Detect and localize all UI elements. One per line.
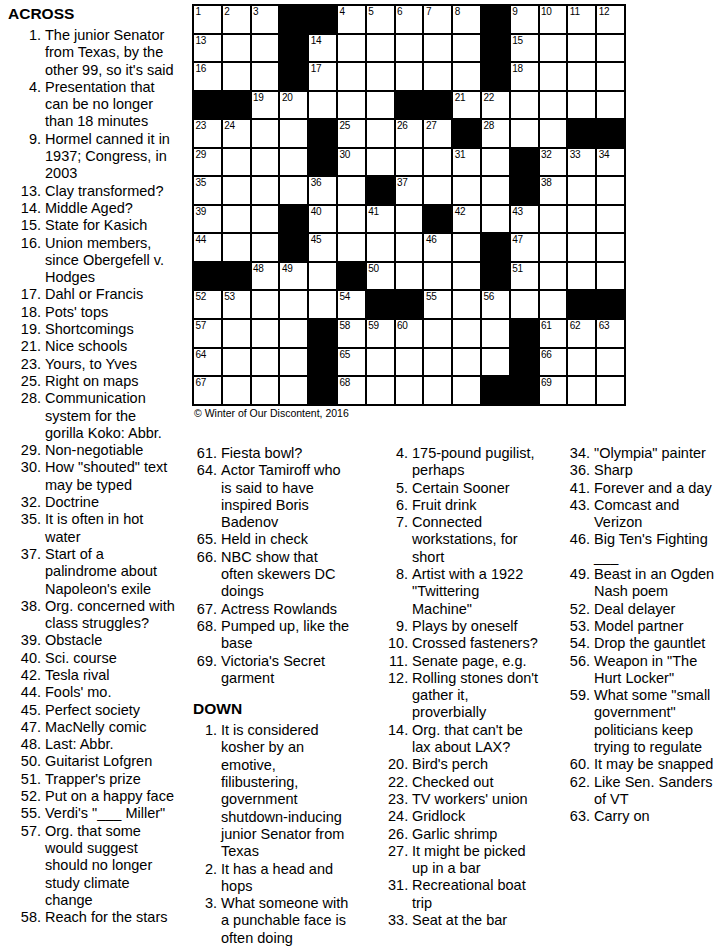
grid-cell[interactable] (424, 349, 451, 376)
clue-number: 48. (8, 736, 41, 753)
clue-item: 19.Shortcomings (8, 321, 177, 338)
grid-cell[interactable] (453, 349, 480, 376)
grid-cell[interactable]: 39 (194, 206, 221, 233)
grid-cell[interactable]: 37 (396, 177, 423, 204)
clue-text: Drop the gauntlet (594, 635, 719, 652)
clue-number: 17. (8, 286, 41, 303)
clue-text: What someone with a punchable face is of… (221, 895, 351, 946)
grid-cell[interactable] (367, 149, 394, 176)
grid-cell[interactable] (252, 320, 279, 347)
grid-cell[interactable]: 23 (194, 120, 221, 147)
grid-cell[interactable]: 26 (396, 120, 423, 147)
grid-cell[interactable]: 58 (338, 320, 365, 347)
cell-number: 41 (368, 206, 379, 217)
cell-number: 47 (512, 234, 523, 245)
grid-cell[interactable] (252, 349, 279, 376)
clue-number: 3. (193, 895, 217, 912)
grid-cell[interactable]: 32 (540, 149, 567, 176)
clue-item: 10.Crossed fasteners? (388, 635, 540, 652)
clue-item: 18.Pots' tops (8, 304, 177, 321)
grid-cell[interactable]: 69 (540, 377, 567, 404)
grid-cell[interactable] (424, 149, 451, 176)
clue-item: 67.Actress Rowlands (193, 601, 351, 618)
clue-text: The junior Senator from Texas, by the ot… (45, 27, 177, 79)
black-cell (194, 92, 221, 119)
grid-cell[interactable] (597, 234, 624, 261)
grid-cell[interactable] (338, 234, 365, 261)
clue-text: Pumped up, like the base (221, 618, 351, 653)
grid-cell[interactable] (597, 377, 624, 404)
grid-cell[interactable] (367, 92, 394, 119)
grid-cell[interactable] (424, 377, 451, 404)
black-cell (367, 291, 394, 318)
grid-cell[interactable]: 14 (309, 35, 336, 62)
grid-cell[interactable] (482, 349, 509, 376)
grid-cell[interactable]: 48 (252, 263, 279, 290)
clue-item: 36.Sharp (566, 462, 719, 479)
clue-item: 9.Plays by oneself (388, 618, 540, 635)
cell-number: 42 (455, 206, 466, 217)
down-clues-column-2: 4.175-pound pugilist, perhaps5.Certain S… (388, 445, 540, 929)
clue-item: 32.Doctrine (8, 494, 177, 511)
clue-number: 67. (193, 601, 217, 618)
grid-cell[interactable] (540, 63, 567, 90)
black-cell (424, 92, 451, 119)
grid-cell[interactable]: 22 (482, 92, 509, 119)
grid-cell[interactable] (396, 234, 423, 261)
grid-cell[interactable] (396, 149, 423, 176)
black-cell (482, 35, 509, 62)
grid-cell[interactable]: 40 (309, 206, 336, 233)
cell-number: 38 (541, 177, 552, 188)
grid-cell[interactable] (453, 291, 480, 318)
grid-cell[interactable]: 20 (280, 92, 307, 119)
grid-cell[interactable]: 19 (252, 92, 279, 119)
grid-cell[interactable]: 65 (338, 349, 365, 376)
grid-cell[interactable] (540, 92, 567, 119)
clue-text: Trapper's prize (45, 771, 177, 788)
grid-cell[interactable]: 54 (338, 291, 365, 318)
clue-text: Deal delayer (594, 601, 719, 618)
clue-item: 52.Deal delayer (566, 601, 719, 618)
grid-cell[interactable] (396, 206, 423, 233)
black-cell (482, 263, 509, 290)
grid-cell[interactable]: 53 (223, 291, 250, 318)
grid-cell[interactable]: 55 (424, 291, 451, 318)
clue-item: 65.Held in check (193, 531, 351, 548)
grid-cell[interactable]: 28 (482, 120, 509, 147)
grid-cell[interactable] (424, 177, 451, 204)
clue-number: 57. (8, 823, 41, 840)
grid-cell[interactable]: 45 (309, 234, 336, 261)
grid-cell[interactable]: 51 (511, 263, 538, 290)
cell-number: 56 (483, 291, 494, 302)
grid-cell[interactable] (597, 63, 624, 90)
grid-cell[interactable] (280, 149, 307, 176)
clue-number: 42. (8, 667, 41, 684)
grid-cell[interactable]: 13 (194, 35, 221, 62)
grid-cell[interactable] (482, 149, 509, 176)
grid-cell[interactable]: 41 (367, 206, 394, 233)
cell-number: 24 (224, 120, 235, 131)
grid-cell[interactable]: 30 (338, 149, 365, 176)
grid-cell[interactable] (453, 177, 480, 204)
cell-number: 45 (311, 234, 322, 245)
grid-cell[interactable] (424, 35, 451, 62)
clue-text: Reach for the stars (45, 909, 177, 926)
grid-cell[interactable]: 15 (511, 35, 538, 62)
grid-cell[interactable] (424, 320, 451, 347)
cell-number: 9 (512, 6, 517, 17)
black-cell (511, 349, 538, 376)
grid-cell[interactable] (396, 377, 423, 404)
clue-text: Artist with a 1922 "Twittering Machine" (412, 566, 540, 618)
grid-cell[interactable]: 35 (194, 177, 221, 204)
grid-cell[interactable] (223, 63, 250, 90)
grid-cell[interactable]: 6 (396, 6, 423, 33)
grid-cell[interactable]: 59 (367, 320, 394, 347)
grid-cell[interactable] (280, 291, 307, 318)
cell-number: 26 (397, 120, 408, 131)
clue-item: 7.Connected workstations, for short (388, 514, 540, 566)
clue-item: 55.Verdi's "___ Miller" (8, 805, 177, 822)
clue-item: 16.Union members, since Obergefell v. Ho… (8, 235, 177, 287)
grid-cell[interactable] (511, 92, 538, 119)
grid-cell[interactable]: 12 (597, 6, 624, 33)
black-cell (309, 6, 336, 33)
clue-number: 4. (8, 79, 41, 96)
clue-item: 2.It has a head and hops (193, 861, 351, 896)
clue-text: Guitarist Lofgren (45, 753, 177, 770)
cell-number: 50 (368, 263, 379, 274)
grid-cell[interactable] (540, 120, 567, 147)
clue-text: Middle Aged? (45, 200, 177, 217)
clue-number: 30. (8, 459, 41, 476)
clue-number: 23. (8, 356, 41, 373)
clue-item: 49.Beast in an Ogden Nash poem (566, 566, 719, 601)
grid-cell[interactable] (252, 206, 279, 233)
clue-number: 8. (388, 566, 408, 583)
grid-cell[interactable] (568, 92, 595, 119)
clue-text: Nice schools (45, 338, 177, 355)
clue-item: 25.Right on maps (8, 373, 177, 390)
grid-cell[interactable]: 46 (424, 234, 451, 261)
cell-number: 60 (397, 320, 408, 331)
clue-number: 59. (566, 687, 590, 704)
grid-cell[interactable] (223, 206, 250, 233)
grid-cell[interactable]: 50 (367, 263, 394, 290)
grid-cell[interactable]: 49 (280, 263, 307, 290)
grid-cell[interactable]: 11 (568, 6, 595, 33)
grid-cell[interactable] (223, 320, 250, 347)
grid-cell[interactable] (280, 177, 307, 204)
grid-cell[interactable] (453, 377, 480, 404)
grid-cell[interactable] (338, 63, 365, 90)
grid-cell[interactable] (252, 291, 279, 318)
cell-number: 1 (196, 6, 201, 17)
black-cell (482, 377, 509, 404)
cell-number: 13 (196, 35, 207, 46)
clue-text: Senate page, e.g. (412, 653, 540, 670)
grid-cell[interactable]: 63 (597, 320, 624, 347)
grid-cell[interactable] (511, 291, 538, 318)
clue-number: 35. (8, 511, 41, 528)
black-cell (223, 92, 250, 119)
clue-number: 11. (388, 653, 408, 670)
grid-cell[interactable]: 42 (453, 206, 480, 233)
cell-number: 20 (282, 92, 293, 103)
grid-cell[interactable] (338, 177, 365, 204)
grid-cell[interactable] (223, 149, 250, 176)
grid-cell[interactable]: 10 (540, 6, 567, 33)
grid-cell[interactable] (309, 263, 336, 290)
grid-cell[interactable]: 5 (367, 6, 394, 33)
black-cell (424, 206, 451, 233)
clue-number: 52. (8, 788, 41, 805)
clue-text: Actor Tamiroff who is said to have inspi… (221, 462, 351, 531)
grid-cell[interactable] (280, 377, 307, 404)
grid-cell[interactable] (309, 92, 336, 119)
clue-number: 60. (566, 756, 590, 773)
grid-cell[interactable] (568, 206, 595, 233)
grid-cell[interactable]: 66 (540, 349, 567, 376)
grid-cell[interactable]: 17 (309, 63, 336, 90)
grid-cell[interactable] (252, 35, 279, 62)
grid-cell[interactable] (568, 63, 595, 90)
grid-cell[interactable] (597, 263, 624, 290)
grid-cell[interactable] (367, 349, 394, 376)
clue-number: 23. (388, 791, 408, 808)
grid-cell[interactable]: 52 (194, 291, 221, 318)
clue-text: It may be snapped (594, 756, 719, 773)
grid-cell[interactable] (252, 120, 279, 147)
grid-cell[interactable] (367, 120, 394, 147)
black-cell (280, 63, 307, 90)
clue-number: 25. (8, 373, 41, 390)
down-clues-column-3: 34."Olympia" painter36.Sharp41.Forever a… (566, 445, 719, 826)
cell-number: 57 (196, 320, 207, 331)
grid-cell[interactable] (453, 234, 480, 261)
grid-cell[interactable] (396, 349, 423, 376)
grid-cell[interactable] (540, 291, 567, 318)
grid-cell[interactable] (540, 206, 567, 233)
grid-cell[interactable]: 31 (453, 149, 480, 176)
grid-cell[interactable] (453, 63, 480, 90)
grid-cell[interactable]: 4 (338, 6, 365, 33)
grid-cell[interactable] (568, 263, 595, 290)
grid-cell[interactable] (568, 377, 595, 404)
clue-item: 42.Tesla rival (8, 667, 177, 684)
grid-cell[interactable]: 47 (511, 234, 538, 261)
grid-cell[interactable] (511, 120, 538, 147)
clue-number: 34. (566, 445, 590, 462)
clue-number: 27. (388, 843, 408, 860)
clue-number: 22. (388, 774, 408, 791)
grid-cell[interactable] (223, 349, 250, 376)
grid-cell[interactable] (223, 377, 250, 404)
grid-cell[interactable] (280, 349, 307, 376)
black-cell (597, 120, 624, 147)
clue-text: Fools' mo. (45, 684, 177, 701)
grid-cell[interactable]: 36 (309, 177, 336, 204)
grid-cell[interactable] (396, 63, 423, 90)
grid-cell[interactable]: 27 (424, 120, 451, 147)
grid-cell[interactable]: 8 (453, 6, 480, 33)
grid-cell[interactable]: 24 (223, 120, 250, 147)
clue-text: Recreational boat trip (412, 877, 540, 912)
grid-cell[interactable] (252, 149, 279, 176)
black-cell (482, 63, 509, 90)
grid-cell[interactable] (223, 177, 250, 204)
clue-item: 5.Certain Sooner (388, 480, 540, 497)
cell-number: 6 (397, 6, 402, 17)
down-header: DOWN (193, 700, 351, 718)
grid-cell[interactable] (453, 35, 480, 62)
grid-cell[interactable] (482, 320, 509, 347)
clue-item: 53.Model partner (566, 618, 719, 635)
grid-cell[interactable] (597, 92, 624, 119)
clue-text: Fruit drink (412, 497, 540, 514)
grid-cell[interactable] (482, 177, 509, 204)
grid-cell[interactable] (482, 206, 509, 233)
clue-text: Non-negotiable (45, 442, 177, 459)
grid-cell[interactable] (568, 177, 595, 204)
grid-cell[interactable]: 2 (223, 6, 250, 33)
grid-cell[interactable] (568, 35, 595, 62)
black-cell (367, 177, 394, 204)
grid-cell[interactable] (280, 320, 307, 347)
grid-cell[interactable] (338, 206, 365, 233)
grid-cell[interactable] (597, 177, 624, 204)
grid-cell[interactable]: 9 (511, 6, 538, 33)
grid-cell[interactable] (338, 92, 365, 119)
grid-cell[interactable]: 61 (540, 320, 567, 347)
cell-number: 12 (599, 6, 610, 17)
across-clues-column: ACROSS 1.The junior Senator from Texas, … (8, 5, 177, 926)
clue-item: 56.Weapon in "The Hurt Locker" (566, 653, 719, 688)
grid-cell[interactable]: 25 (338, 120, 365, 147)
grid-cell[interactable]: 1 (194, 6, 221, 33)
clue-item: 34."Olympia" painter (566, 445, 719, 462)
clue-text: Bird's perch (412, 756, 540, 773)
clue-item: 35.It is often in hot water (8, 511, 177, 546)
grid-cell[interactable]: 62 (568, 320, 595, 347)
clue-item: 14.Middle Aged? (8, 200, 177, 217)
grid-cell[interactable] (367, 63, 394, 90)
cell-number: 53 (224, 291, 235, 302)
grid-cell[interactable] (568, 234, 595, 261)
grid-cell[interactable]: 3 (252, 6, 279, 33)
grid-cell[interactable]: 29 (194, 149, 221, 176)
grid-cell[interactable]: 7 (424, 6, 451, 33)
down-clue-list-continued: 4.175-pound pugilist, perhaps5.Certain S… (388, 445, 540, 929)
clue-number: 44. (8, 684, 41, 701)
clue-text: Dahl or Francis (45, 286, 177, 303)
grid-cell[interactable] (453, 320, 480, 347)
clue-number: 56. (566, 653, 590, 670)
clue-number: 18. (8, 304, 41, 321)
clue-text: Crossed fasteners? (412, 635, 540, 652)
grid-cell[interactable] (396, 35, 423, 62)
grid-cell[interactable] (367, 377, 394, 404)
clue-item: 17.Dahl or Francis (8, 286, 177, 303)
grid-cell[interactable]: 33 (568, 149, 595, 176)
grid-cell[interactable] (424, 63, 451, 90)
clue-item: 23.Yours, to Yves (8, 356, 177, 373)
clue-number: 61. (193, 445, 217, 462)
clue-text: Sharp (594, 462, 719, 479)
grid-cell[interactable] (252, 63, 279, 90)
grid-cell[interactable]: 16 (194, 63, 221, 90)
grid-cell[interactable] (424, 263, 451, 290)
grid-cell[interactable]: 18 (511, 63, 538, 90)
grid-cell[interactable] (280, 120, 307, 147)
clue-item: 61.Fiesta bowl? (193, 445, 351, 462)
clue-text: Tesla rival (45, 667, 177, 684)
grid-cell[interactable]: 60 (396, 320, 423, 347)
grid-cell[interactable] (309, 291, 336, 318)
grid-cell[interactable]: 43 (511, 206, 538, 233)
grid-cell[interactable] (338, 35, 365, 62)
grid-cell[interactable] (540, 263, 567, 290)
clue-item: 37.Start of a palindrome about Napoleon'… (8, 546, 177, 598)
grid-cell[interactable]: 64 (194, 349, 221, 376)
clue-number: 28. (8, 390, 41, 407)
grid-cell[interactable] (568, 349, 595, 376)
grid-cell[interactable]: 56 (482, 291, 509, 318)
clue-item: 4.Presentation that can be no longer tha… (8, 79, 177, 131)
grid-cell[interactable]: 68 (338, 377, 365, 404)
cell-number: 16 (196, 63, 207, 74)
grid-cell[interactable] (223, 35, 250, 62)
black-cell (309, 120, 336, 147)
grid-cell[interactable] (540, 35, 567, 62)
grid-cell[interactable] (597, 206, 624, 233)
cell-number: 33 (570, 149, 581, 160)
grid-cell[interactable] (223, 234, 250, 261)
grid-cell[interactable] (252, 377, 279, 404)
clue-number: 37. (8, 546, 41, 563)
grid-cell[interactable]: 67 (194, 377, 221, 404)
clue-number: 14. (8, 200, 41, 217)
clue-item: 23.TV workers' union (388, 791, 540, 808)
grid-cell[interactable] (252, 177, 279, 204)
grid-cell[interactable] (367, 35, 394, 62)
clue-number: 15. (8, 217, 41, 234)
grid-cell[interactable]: 38 (540, 177, 567, 204)
grid-cell[interactable] (540, 234, 567, 261)
grid-cell[interactable]: 44 (194, 234, 221, 261)
clue-number: 51. (8, 771, 41, 788)
clue-text: Put on a happy face (45, 788, 177, 805)
grid-cell[interactable] (453, 263, 480, 290)
cell-number: 32 (541, 149, 552, 160)
grid-cell[interactable]: 57 (194, 320, 221, 347)
grid-cell[interactable]: 34 (597, 149, 624, 176)
clue-item: 20.Bird's perch (388, 756, 540, 773)
cell-number: 55 (426, 291, 437, 302)
black-cell (511, 149, 538, 176)
grid-cell[interactable] (367, 234, 394, 261)
grid-cell[interactable] (252, 234, 279, 261)
clue-number: 19. (8, 321, 41, 338)
grid-cell[interactable] (597, 35, 624, 62)
grid-cell[interactable] (597, 349, 624, 376)
across-clue-list: 1.The junior Senator from Texas, by the … (8, 27, 177, 926)
grid-cell[interactable]: 21 (453, 92, 480, 119)
cell-number: 14 (311, 35, 322, 46)
grid-cell[interactable] (396, 263, 423, 290)
